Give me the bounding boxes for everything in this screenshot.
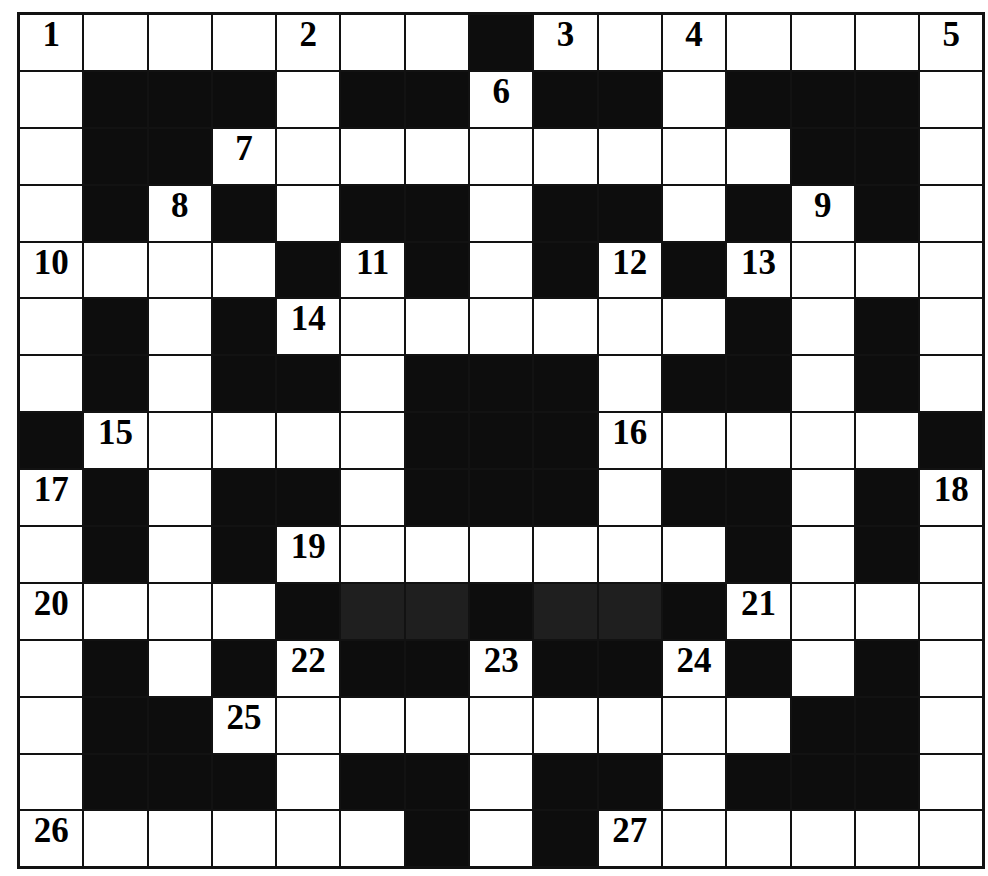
clue-number-7: 7 [213, 131, 275, 166]
cell-r13c9[interactable] [534, 698, 596, 753]
black-cell-r5c7 [406, 243, 468, 298]
black-cell-r5c11 [663, 243, 725, 298]
cell-r15c6[interactable] [341, 811, 403, 866]
cell-r9c13[interactable] [792, 470, 854, 525]
black-cell-r14c14 [856, 755, 918, 810]
cell-r4c1[interactable] [20, 186, 82, 241]
black-cell-r12c12 [727, 641, 789, 696]
black-cell-r12c4 [213, 641, 275, 696]
black-cell-r4c6 [341, 186, 403, 241]
black-cell-r15c7 [406, 811, 468, 866]
black-cell-r6c12 [727, 299, 789, 354]
cell-r2c5[interactable] [277, 72, 339, 127]
black-cell-r4c2 [84, 186, 146, 241]
cell-r1c9[interactable]: 3 [534, 15, 596, 70]
black-cell-r2c6 [341, 72, 403, 127]
cell-r5c8[interactable] [470, 243, 532, 298]
black-cell-r6c4 [213, 299, 275, 354]
cell-r7c10[interactable] [599, 356, 661, 411]
cell-r13c6[interactable] [341, 698, 403, 753]
black-cell-r14c6 [341, 755, 403, 810]
cell-r5c6[interactable]: 11 [341, 243, 403, 298]
cell-r12c5[interactable]: 22 [277, 641, 339, 696]
clue-number-6: 6 [470, 74, 532, 109]
cell-r10c6[interactable] [341, 527, 403, 582]
cell-r10c13[interactable] [792, 527, 854, 582]
black-cell-r2c9 [534, 72, 596, 127]
black-cell-r13c3 [149, 698, 211, 753]
black-cell-r10c12 [727, 527, 789, 582]
cell-r1c14[interactable] [856, 15, 918, 70]
cell-r11c3[interactable] [149, 584, 211, 639]
clue-number-13: 13 [727, 245, 789, 280]
clue-number-8: 8 [149, 188, 211, 223]
black-cell-r8c9 [534, 413, 596, 468]
cell-r10c10[interactable] [599, 527, 661, 582]
cell-r6c6[interactable] [341, 299, 403, 354]
cell-r3c1[interactable] [20, 129, 82, 184]
cell-r4c13[interactable]: 9 [792, 186, 854, 241]
clue-number-24: 24 [663, 643, 725, 678]
black-cell-r14c10 [599, 755, 661, 810]
black-cell-r8c8 [470, 413, 532, 468]
cell-r5c14[interactable] [856, 243, 918, 298]
cell-r5c3[interactable] [149, 243, 211, 298]
cell-r13c12[interactable] [727, 698, 789, 753]
cell-r15c3[interactable] [149, 811, 211, 866]
black-cell-r7c4 [213, 356, 275, 411]
cell-r3c12[interactable] [727, 129, 789, 184]
clue-number-5: 5 [920, 17, 982, 52]
cell-r13c4[interactable]: 25 [213, 698, 275, 753]
cell-r13c11[interactable] [663, 698, 725, 753]
black-cell-r11c7 [406, 584, 468, 639]
cell-r1c7[interactable] [406, 15, 468, 70]
cell-r13c8[interactable] [470, 698, 532, 753]
cell-r1c2[interactable] [84, 15, 146, 70]
cell-r14c5[interactable] [277, 755, 339, 810]
black-cell-r11c9 [534, 584, 596, 639]
black-cell-r1c8 [470, 15, 532, 70]
cell-r4c8[interactable] [470, 186, 532, 241]
cell-r13c5[interactable] [277, 698, 339, 753]
cell-r4c3[interactable]: 8 [149, 186, 211, 241]
black-cell-r11c6 [341, 584, 403, 639]
black-cell-r2c3 [149, 72, 211, 127]
black-cell-r4c7 [406, 186, 468, 241]
black-cell-r15c9 [534, 811, 596, 866]
black-cell-r9c2 [84, 470, 146, 525]
black-cell-r3c14 [856, 129, 918, 184]
black-cell-r7c14 [856, 356, 918, 411]
cell-r11c12[interactable]: 21 [727, 584, 789, 639]
black-cell-r7c9 [534, 356, 596, 411]
clue-number-16: 16 [599, 415, 661, 450]
black-cell-r3c2 [84, 129, 146, 184]
cell-r10c9[interactable] [534, 527, 596, 582]
black-cell-r7c7 [406, 356, 468, 411]
cell-r1c3[interactable] [149, 15, 211, 70]
cell-r6c3[interactable] [149, 299, 211, 354]
black-cell-r11c5 [277, 584, 339, 639]
black-cell-r8c1 [20, 413, 82, 468]
cell-r11c1[interactable]: 20 [20, 584, 82, 639]
cell-r6c5[interactable]: 14 [277, 299, 339, 354]
black-cell-r7c5 [277, 356, 339, 411]
black-cell-r10c4 [213, 527, 275, 582]
cell-r8c14[interactable] [856, 413, 918, 468]
black-cell-r9c4 [213, 470, 275, 525]
black-cell-r14c12 [727, 755, 789, 810]
cell-r1c12[interactable] [727, 15, 789, 70]
cell-r1c15[interactable]: 5 [920, 15, 982, 70]
clue-number-10: 10 [20, 245, 82, 280]
cell-r15c5[interactable] [277, 811, 339, 866]
black-cell-r2c10 [599, 72, 661, 127]
cell-r14c15[interactable] [920, 755, 982, 810]
black-cell-r4c10 [599, 186, 661, 241]
black-cell-r12c9 [534, 641, 596, 696]
black-cell-r4c9 [534, 186, 596, 241]
cell-r5c12[interactable]: 13 [727, 243, 789, 298]
cell-r8c10[interactable]: 16 [599, 413, 661, 468]
clue-number-14: 14 [277, 301, 339, 336]
black-cell-r14c7 [406, 755, 468, 810]
black-cell-r14c13 [792, 755, 854, 810]
clue-number-25: 25 [213, 700, 275, 735]
black-cell-r7c2 [84, 356, 146, 411]
cell-r2c11[interactable] [663, 72, 725, 127]
black-cell-r2c14 [856, 72, 918, 127]
black-cell-r7c8 [470, 356, 532, 411]
cell-r14c1[interactable] [20, 755, 82, 810]
black-cell-r9c8 [470, 470, 532, 525]
cell-r7c15[interactable] [920, 356, 982, 411]
black-cell-r4c12 [727, 186, 789, 241]
cell-r15c2[interactable] [84, 811, 146, 866]
clue-number-26: 26 [20, 813, 82, 848]
cell-r2c15[interactable] [920, 72, 982, 127]
clue-number-23: 23 [470, 643, 532, 678]
black-cell-r2c12 [727, 72, 789, 127]
cell-r3c9[interactable] [534, 129, 596, 184]
cell-r1c13[interactable] [792, 15, 854, 70]
black-cell-r9c12 [727, 470, 789, 525]
black-cell-r14c2 [84, 755, 146, 810]
cell-r9c6[interactable] [341, 470, 403, 525]
cell-r5c15[interactable] [920, 243, 982, 298]
black-cell-r12c6 [341, 641, 403, 696]
black-cell-r2c2 [84, 72, 146, 127]
cell-r3c15[interactable] [920, 129, 982, 184]
cell-r5c10[interactable]: 12 [599, 243, 661, 298]
cell-r9c15[interactable]: 18 [920, 470, 982, 525]
cell-r8c5[interactable] [277, 413, 339, 468]
cell-r10c5[interactable]: 19 [277, 527, 339, 582]
clue-number-3: 3 [534, 17, 596, 52]
cell-r15c12[interactable] [727, 811, 789, 866]
cell-r3c8[interactable] [470, 129, 532, 184]
cell-r10c1[interactable] [20, 527, 82, 582]
black-cell-r5c9 [534, 243, 596, 298]
black-cell-r9c11 [663, 470, 725, 525]
black-cell-r4c4 [213, 186, 275, 241]
cell-r7c3[interactable] [149, 356, 211, 411]
cell-r14c11[interactable] [663, 755, 725, 810]
black-cell-r13c2 [84, 698, 146, 753]
black-cell-r8c15 [920, 413, 982, 468]
cell-r1c10[interactable] [599, 15, 661, 70]
clue-number-12: 12 [599, 245, 661, 280]
cell-r3c5[interactable] [277, 129, 339, 184]
clue-number-11: 11 [341, 245, 403, 280]
black-cell-r7c12 [727, 356, 789, 411]
cell-r9c3[interactable] [149, 470, 211, 525]
clue-number-4: 4 [663, 17, 725, 52]
cell-r12c11[interactable]: 24 [663, 641, 725, 696]
cell-r13c1[interactable] [20, 698, 82, 753]
black-cell-r11c11 [663, 584, 725, 639]
cell-r1c11[interactable]: 4 [663, 15, 725, 70]
black-cell-r2c4 [213, 72, 275, 127]
cell-r10c3[interactable] [149, 527, 211, 582]
cell-r12c1[interactable] [20, 641, 82, 696]
cell-r11c14[interactable] [856, 584, 918, 639]
cell-r7c13[interactable] [792, 356, 854, 411]
cell-r14c8[interactable] [470, 755, 532, 810]
black-cell-r12c2 [84, 641, 146, 696]
cell-r6c1[interactable] [20, 299, 82, 354]
cell-r12c8[interactable]: 23 [470, 641, 532, 696]
clue-number-18: 18 [920, 472, 982, 507]
black-cell-r12c10 [599, 641, 661, 696]
black-cell-r3c3 [149, 129, 211, 184]
cell-r10c15[interactable] [920, 527, 982, 582]
cell-r9c10[interactable] [599, 470, 661, 525]
black-cell-r6c14 [856, 299, 918, 354]
black-cell-r9c7 [406, 470, 468, 525]
cell-r5c1[interactable]: 10 [20, 243, 82, 298]
cell-r12c15[interactable] [920, 641, 982, 696]
black-cell-r5c5 [277, 243, 339, 298]
cell-r8c11[interactable] [663, 413, 725, 468]
cell-r13c15[interactable] [920, 698, 982, 753]
cell-r1c5[interactable]: 2 [277, 15, 339, 70]
black-cell-r10c2 [84, 527, 146, 582]
cell-r3c4[interactable]: 7 [213, 129, 275, 184]
cell-r11c15[interactable] [920, 584, 982, 639]
clue-number-22: 22 [277, 643, 339, 678]
clue-number-9: 9 [792, 188, 854, 223]
black-cell-r2c13 [792, 72, 854, 127]
black-cell-r9c14 [856, 470, 918, 525]
cell-r5c13[interactable] [792, 243, 854, 298]
black-cell-r9c5 [277, 470, 339, 525]
cell-r5c4[interactable] [213, 243, 275, 298]
clue-number-1: 1 [20, 17, 82, 52]
cell-r1c4[interactable] [213, 15, 275, 70]
cell-r10c8[interactable] [470, 527, 532, 582]
black-cell-r12c14 [856, 641, 918, 696]
cell-r15c4[interactable] [213, 811, 275, 866]
cell-r15c15[interactable] [920, 811, 982, 866]
cell-r15c10[interactable]: 27 [599, 811, 661, 866]
cell-r13c10[interactable] [599, 698, 661, 753]
cell-r11c13[interactable] [792, 584, 854, 639]
cell-r6c7[interactable] [406, 299, 468, 354]
black-cell-r11c10 [599, 584, 661, 639]
black-cell-r2c7 [406, 72, 468, 127]
cell-r8c4[interactable] [213, 413, 275, 468]
cell-r10c7[interactable] [406, 527, 468, 582]
black-cell-r10c14 [856, 527, 918, 582]
black-cell-r14c9 [534, 755, 596, 810]
clue-number-2: 2 [277, 17, 339, 52]
cell-r1c1[interactable]: 1 [20, 15, 82, 70]
cell-r15c8[interactable] [470, 811, 532, 866]
cell-r1c6[interactable] [341, 15, 403, 70]
black-cell-r14c4 [213, 755, 275, 810]
cell-r6c10[interactable] [599, 299, 661, 354]
black-cell-r9c9 [534, 470, 596, 525]
cell-r12c3[interactable] [149, 641, 211, 696]
cell-r11c2[interactable] [84, 584, 146, 639]
clue-number-27: 27 [599, 813, 661, 848]
cell-r8c6[interactable] [341, 413, 403, 468]
cell-r9c1[interactable]: 17 [20, 470, 82, 525]
clue-number-20: 20 [20, 586, 82, 621]
cell-r6c8[interactable] [470, 299, 532, 354]
black-cell-r7c11 [663, 356, 725, 411]
cell-r3c7[interactable] [406, 129, 468, 184]
cell-r15c11[interactable] [663, 811, 725, 866]
cell-r8c3[interactable] [149, 413, 211, 468]
crossword-grid: 1234567891011121314151617181920212223242… [17, 12, 985, 869]
clue-number-19: 19 [277, 529, 339, 564]
clue-number-17: 17 [20, 472, 82, 507]
cell-r15c13[interactable] [792, 811, 854, 866]
cell-r2c1[interactable] [20, 72, 82, 127]
cell-r8c13[interactable] [792, 413, 854, 468]
cell-r15c14[interactable] [856, 811, 918, 866]
black-cell-r13c13 [792, 698, 854, 753]
cell-r2c8[interactable]: 6 [470, 72, 532, 127]
cell-r10c11[interactable] [663, 527, 725, 582]
cell-r11c4[interactable] [213, 584, 275, 639]
cell-r8c12[interactable] [727, 413, 789, 468]
cell-r5c2[interactable] [84, 243, 146, 298]
cell-r4c11[interactable] [663, 186, 725, 241]
clue-number-21: 21 [727, 586, 789, 621]
cell-r12c13[interactable] [792, 641, 854, 696]
black-cell-r8c7 [406, 413, 468, 468]
black-cell-r14c3 [149, 755, 211, 810]
cell-r4c5[interactable] [277, 186, 339, 241]
cell-r6c9[interactable] [534, 299, 596, 354]
cell-r3c11[interactable] [663, 129, 725, 184]
black-cell-r4c14 [856, 186, 918, 241]
cell-r6c11[interactable] [663, 299, 725, 354]
black-cell-r3c13 [792, 129, 854, 184]
clue-number-15: 15 [84, 415, 146, 450]
black-cell-r13c14 [856, 698, 918, 753]
cell-r3c10[interactable] [599, 129, 661, 184]
cell-r8c2[interactable]: 15 [84, 413, 146, 468]
cell-r7c6[interactable] [341, 356, 403, 411]
cell-r6c13[interactable] [792, 299, 854, 354]
black-cell-r6c2 [84, 299, 146, 354]
cell-r3c6[interactable] [341, 129, 403, 184]
black-cell-r11c8 [470, 584, 532, 639]
cell-r7c1[interactable] [20, 356, 82, 411]
cell-r4c15[interactable] [920, 186, 982, 241]
cell-r6c15[interactable] [920, 299, 982, 354]
cell-r13c7[interactable] [406, 698, 468, 753]
cell-r15c1[interactable]: 26 [20, 811, 82, 866]
black-cell-r12c7 [406, 641, 468, 696]
